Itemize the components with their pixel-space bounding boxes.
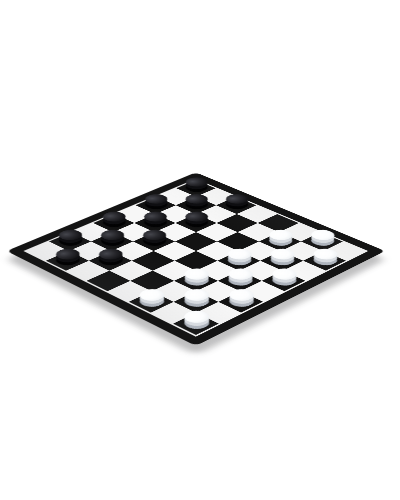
white-piece[interactable]: [264, 234, 296, 248]
white-piece[interactable]: [265, 253, 298, 268]
black-piece[interactable]: [140, 199, 171, 212]
white-piece[interactable]: [179, 294, 213, 310]
black-piece[interactable]: [138, 234, 170, 248]
black-piece[interactable]: [180, 216, 212, 230]
photo-background: [0, 0, 400, 500]
black-piece[interactable]: [139, 216, 171, 230]
white-piece[interactable]: [306, 234, 338, 248]
white-piece[interactable]: [223, 273, 257, 289]
checkers-mat: [6, 172, 385, 346]
black-piece[interactable]: [181, 182, 211, 195]
white-piece[interactable]: [222, 253, 255, 268]
black-piece[interactable]: [98, 216, 130, 230]
pieces-layer: [26, 180, 365, 335]
black-piece[interactable]: [221, 199, 252, 212]
black-piece[interactable]: [96, 234, 128, 248]
white-piece[interactable]: [179, 273, 213, 289]
